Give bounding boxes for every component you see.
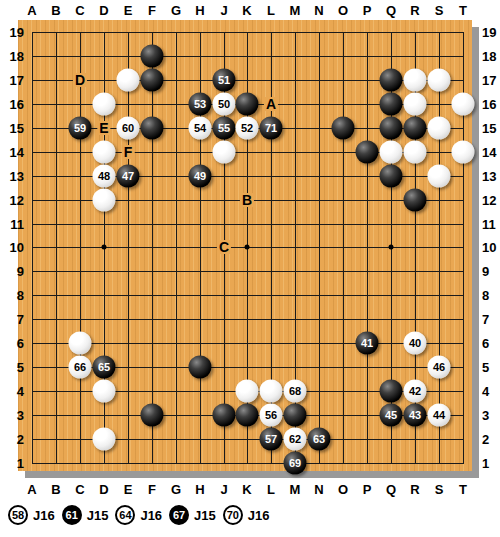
- grid-line-vertical: [343, 32, 344, 464]
- caption-stone-61: 61: [62, 505, 82, 525]
- coord-right-12: 12: [482, 193, 496, 208]
- stone-white-T16[interactable]: [452, 93, 475, 116]
- stone-white-D2[interactable]: [93, 428, 116, 451]
- coord-bottom-C: C: [75, 482, 84, 497]
- stone-black-H5[interactable]: [189, 356, 212, 379]
- coord-top-J: J: [220, 3, 227, 18]
- stone-white-S13[interactable]: [428, 165, 451, 188]
- point-label-B: B: [240, 193, 254, 207]
- coord-top-E: E: [124, 3, 133, 18]
- coord-top-K: K: [242, 3, 251, 18]
- coord-left-12: 12: [10, 193, 24, 208]
- coord-left-19: 19: [10, 25, 24, 40]
- stone-white-Q14[interactable]: [380, 141, 403, 164]
- stone-black-P14[interactable]: [356, 141, 379, 164]
- grid-line-vertical: [152, 32, 153, 464]
- stone-black-K16[interactable]: [236, 93, 259, 116]
- stone-white-K4[interactable]: [236, 380, 259, 403]
- coord-top-H: H: [195, 3, 204, 18]
- coord-bottom-M: M: [290, 482, 301, 497]
- stone-black-H16[interactable]: 53: [189, 93, 212, 116]
- stone-black-E13[interactable]: 47: [117, 165, 140, 188]
- coord-right-13: 13: [482, 169, 496, 184]
- coord-right-1: 1: [482, 456, 489, 471]
- coord-bottom-G: G: [171, 482, 181, 497]
- stone-black-R12[interactable]: [404, 189, 427, 212]
- grid-line-vertical: [80, 32, 81, 464]
- coord-right-9: 9: [482, 264, 489, 279]
- point-label-D: D: [73, 73, 87, 87]
- caption-point-58: J16: [33, 508, 55, 523]
- coord-bottom-P: P: [363, 482, 372, 497]
- coord-top-O: O: [338, 3, 348, 18]
- coord-right-4: 4: [482, 384, 489, 399]
- grid-line-horizontal: [32, 32, 464, 33]
- coord-right-19: 19: [482, 25, 496, 40]
- grid-line-vertical: [319, 32, 320, 464]
- coord-left-10: 10: [10, 240, 24, 255]
- grid-line-horizontal: [32, 463, 464, 464]
- coord-top-S: S: [435, 3, 444, 18]
- coord-top-Q: Q: [386, 3, 396, 18]
- coord-top-P: P: [363, 3, 372, 18]
- stone-white-D14[interactable]: [93, 141, 116, 164]
- caption-stone-64: 64: [115, 505, 135, 525]
- caption-stone-67: 67: [169, 505, 189, 525]
- stone-white-R14[interactable]: [404, 141, 427, 164]
- coord-right-8: 8: [482, 288, 489, 303]
- coord-right-3: 3: [482, 408, 489, 423]
- stone-black-Q13[interactable]: [380, 165, 403, 188]
- coord-right-17: 17: [482, 73, 496, 88]
- stone-black-Q16[interactable]: [380, 93, 403, 116]
- coord-left-13: 13: [10, 169, 24, 184]
- coord-bottom-E: E: [124, 482, 133, 497]
- ko-moves-caption: 58J1661J1564J1667J1570J16: [8, 503, 272, 527]
- coord-left-11: 11: [10, 217, 24, 232]
- coord-bottom-O: O: [338, 482, 348, 497]
- stone-white-L3[interactable]: 56: [260, 404, 283, 427]
- caption-stone-58: 58: [8, 505, 28, 525]
- go-board[interactable]: DAEFBC5153505960545552714847494140666546…: [18, 20, 472, 471]
- coord-right-18: 18: [482, 49, 496, 64]
- stone-black-F15[interactable]: [141, 117, 164, 140]
- stone-white-D4[interactable]: [93, 380, 116, 403]
- coord-left-3: 3: [17, 408, 24, 423]
- star-point-Q10: [389, 245, 394, 250]
- star-point-D10: [102, 245, 107, 250]
- coord-bottom-A: A: [27, 482, 36, 497]
- coord-left-16: 16: [10, 97, 24, 112]
- stone-white-K15[interactable]: 52: [236, 117, 259, 140]
- caption-stone-70: 70: [223, 505, 243, 525]
- stone-white-M4[interactable]: 68: [284, 380, 307, 403]
- grid-line-vertical: [128, 32, 129, 464]
- coord-right-6: 6: [482, 336, 489, 351]
- point-label-F: F: [122, 145, 135, 159]
- coord-top-G: G: [171, 3, 181, 18]
- stone-white-D16[interactable]: [93, 93, 116, 116]
- coord-right-16: 16: [482, 97, 496, 112]
- stone-white-D12[interactable]: [93, 189, 116, 212]
- point-label-A: A: [264, 97, 278, 111]
- stone-black-N2[interactable]: 63: [308, 428, 331, 451]
- coord-left-7: 7: [17, 312, 24, 327]
- coord-bottom-L: L: [267, 482, 275, 497]
- coord-bottom-S: S: [435, 482, 444, 497]
- stone-white-R6[interactable]: 40: [404, 332, 427, 355]
- grid-line-horizontal: [32, 224, 464, 225]
- stone-white-C5[interactable]: 66: [69, 356, 92, 379]
- stone-white-J16[interactable]: 50: [213, 93, 236, 116]
- coord-top-M: M: [290, 3, 301, 18]
- stone-white-J14[interactable]: [213, 141, 236, 164]
- point-label-C: C: [217, 240, 231, 254]
- coord-left-8: 8: [17, 288, 24, 303]
- stone-black-H13[interactable]: 49: [189, 165, 212, 188]
- stone-black-M1[interactable]: 69: [284, 452, 307, 475]
- stone-black-R3[interactable]: 43: [404, 404, 427, 427]
- coord-left-18: 18: [10, 49, 24, 64]
- stone-white-S17[interactable]: [428, 69, 451, 92]
- stone-black-P6[interactable]: 41: [356, 332, 379, 355]
- coord-bottom-J: J: [220, 482, 227, 497]
- point-label-E: E: [97, 121, 110, 135]
- grid-line-horizontal: [32, 343, 464, 344]
- grid-line-horizontal: [32, 319, 464, 320]
- coord-left-2: 2: [17, 432, 24, 447]
- stone-black-Q17[interactable]: [380, 69, 403, 92]
- stone-black-O15[interactable]: [332, 117, 355, 140]
- coord-bottom-B: B: [51, 482, 60, 497]
- coord-bottom-T: T: [459, 482, 467, 497]
- coord-right-10: 10: [482, 240, 496, 255]
- stone-white-S15[interactable]: [428, 117, 451, 140]
- caption-point-64: J16: [140, 508, 162, 523]
- stone-black-R15[interactable]: [404, 117, 427, 140]
- coord-bottom-R: R: [410, 482, 419, 497]
- stone-black-J17[interactable]: 51: [213, 69, 236, 92]
- stone-white-E17[interactable]: [117, 69, 140, 92]
- coord-top-A: A: [27, 3, 36, 18]
- coord-top-N: N: [314, 3, 323, 18]
- coord-bottom-F: F: [148, 482, 156, 497]
- coord-right-7: 7: [482, 312, 489, 327]
- caption-point-70: J16: [248, 508, 270, 523]
- stone-white-D13[interactable]: 48: [93, 165, 116, 188]
- coord-right-11: 11: [482, 217, 496, 232]
- caption-point-61: J15: [87, 508, 109, 523]
- stone-black-J15[interactable]: 55: [213, 117, 236, 140]
- coord-left-15: 15: [10, 121, 24, 136]
- grid-line-vertical: [32, 32, 33, 464]
- coord-top-R: R: [410, 3, 419, 18]
- coord-top-L: L: [267, 3, 275, 18]
- stone-white-R17[interactable]: [404, 69, 427, 92]
- stone-white-R4[interactable]: 42: [404, 380, 427, 403]
- stone-black-Q4[interactable]: [380, 380, 403, 403]
- stone-black-L2[interactable]: 57: [260, 428, 283, 451]
- grid-line-vertical: [367, 32, 368, 464]
- stone-white-R16[interactable]: [404, 93, 427, 116]
- go-kifu-diagram: DAEFBC5153505960545552714847494140666546…: [0, 0, 500, 537]
- coord-right-15: 15: [482, 121, 496, 136]
- stone-black-J3[interactable]: [213, 404, 236, 427]
- coord-left-9: 9: [17, 264, 24, 279]
- coord-left-17: 17: [10, 73, 24, 88]
- stone-black-K3[interactable]: [236, 404, 259, 427]
- stone-white-E15[interactable]: 60: [117, 117, 140, 140]
- coord-right-5: 5: [482, 360, 489, 375]
- coord-top-T: T: [459, 3, 467, 18]
- coord-bottom-K: K: [242, 482, 251, 497]
- coord-top-C: C: [75, 3, 84, 18]
- stone-white-C6[interactable]: [69, 332, 92, 355]
- coord-left-1: 1: [17, 456, 24, 471]
- grid-line-vertical: [56, 32, 57, 464]
- coord-right-2: 2: [482, 432, 489, 447]
- stone-black-F3[interactable]: [141, 404, 164, 427]
- stone-white-H15[interactable]: 54: [189, 117, 212, 140]
- stone-white-S5[interactable]: 46: [428, 356, 451, 379]
- grid-line-vertical: [439, 32, 440, 464]
- stone-white-T14[interactable]: [452, 141, 475, 164]
- stone-black-F18[interactable]: [141, 45, 164, 68]
- coord-left-6: 6: [17, 336, 24, 351]
- coord-bottom-N: N: [314, 482, 323, 497]
- grid-line-horizontal: [32, 56, 464, 57]
- star-point-K10: [245, 245, 250, 250]
- stone-black-L15[interactable]: 71: [260, 117, 283, 140]
- stone-black-Q15[interactable]: [380, 117, 403, 140]
- stone-black-Q3[interactable]: 45: [380, 404, 403, 427]
- coord-bottom-Q: Q: [386, 482, 396, 497]
- stone-white-S3[interactable]: 44: [428, 404, 451, 427]
- coord-top-F: F: [148, 3, 156, 18]
- coord-bottom-D: D: [99, 482, 108, 497]
- stone-black-C15[interactable]: 59: [69, 117, 92, 140]
- stone-black-F17[interactable]: [141, 69, 164, 92]
- stone-black-M3[interactable]: [284, 404, 307, 427]
- stone-black-D5[interactable]: 65: [93, 356, 116, 379]
- coord-left-4: 4: [17, 384, 24, 399]
- coord-top-D: D: [99, 3, 108, 18]
- coord-left-14: 14: [10, 145, 24, 160]
- caption-point-67: J15: [194, 508, 216, 523]
- coord-top-B: B: [51, 3, 60, 18]
- coord-right-14: 14: [482, 145, 496, 160]
- stone-white-L4[interactable]: [260, 380, 283, 403]
- coord-bottom-H: H: [195, 482, 204, 497]
- grid-line-vertical: [176, 32, 177, 464]
- grid-line-horizontal: [32, 295, 464, 296]
- stone-white-M2[interactable]: 62: [284, 428, 307, 451]
- grid-line-horizontal: [32, 271, 464, 272]
- coord-left-5: 5: [17, 360, 24, 375]
